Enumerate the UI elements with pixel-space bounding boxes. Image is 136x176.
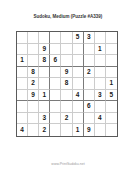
cell-r3c8: [95, 55, 106, 67]
cell-r1c4: [50, 32, 61, 44]
cell-r2c7: [84, 44, 95, 56]
cell-r5c5: 8: [61, 78, 72, 90]
cell-r1c8: [95, 32, 106, 44]
cell-r2c3: 9: [39, 44, 50, 56]
cell-r9c1: 4: [17, 124, 28, 136]
cell-r5c7: [84, 78, 95, 90]
cell-r3c4: 6: [50, 55, 61, 67]
cell-r6c2: 9: [28, 90, 39, 102]
cell-r6c7: [84, 90, 95, 102]
cell-r1c5: [61, 32, 72, 44]
cell-r9c6: 1: [73, 124, 84, 136]
cell-r6c5: [61, 90, 72, 102]
cell-r9c9: [106, 124, 117, 136]
cell-r3c1: 1: [17, 55, 28, 67]
cell-r6c1: [17, 90, 28, 102]
cell-r7c3: [39, 101, 50, 113]
cell-r7c4: [50, 101, 61, 113]
cell-r4c3: [39, 67, 50, 79]
cell-r4c1: [17, 67, 28, 79]
cell-r3c9: [106, 55, 117, 67]
cell-r5c9: 1: [106, 78, 117, 90]
cell-r9c5: [61, 124, 72, 136]
cell-r2c2: [28, 44, 39, 56]
cell-r8c2: [28, 113, 39, 125]
cell-r2c1: [17, 44, 28, 56]
cell-r5c8: [95, 78, 106, 90]
cell-r2c6: [73, 44, 84, 56]
cell-r6c9: 5: [106, 90, 117, 102]
cell-r1c1: [17, 32, 28, 44]
cell-r2c9: [106, 44, 117, 56]
cell-r6c6: 4: [73, 90, 84, 102]
cell-r7c8: [95, 101, 106, 113]
cell-r3c5: [61, 55, 72, 67]
cell-r7c7: 6: [84, 101, 95, 113]
cell-r4c9: [106, 67, 117, 79]
footer-url: www.PrintSudoku.net: [0, 162, 136, 167]
cell-r7c2: [28, 101, 39, 113]
cell-r3c2: [28, 55, 39, 67]
cell-r2c8: 1: [95, 44, 106, 56]
cell-r9c3: 2: [39, 124, 50, 136]
cell-r1c7: 3: [84, 32, 95, 44]
cell-r7c5: [61, 101, 72, 113]
cell-r6c4: [50, 90, 61, 102]
cell-r3c6: [73, 55, 84, 67]
cell-r8c5: 2: [61, 113, 72, 125]
cell-r7c6: [73, 101, 84, 113]
cell-r8c7: [84, 113, 95, 125]
cell-r4c8: [95, 67, 106, 79]
cell-r1c2: [28, 32, 39, 44]
cell-r6c8: 3: [95, 90, 106, 102]
cell-r8c1: [17, 113, 28, 125]
cell-r9c2: [28, 124, 39, 136]
cell-r2c5: [61, 44, 72, 56]
cell-r3c7: [84, 55, 95, 67]
page-title: Sudoku, Medium (Puzzle #A339): [0, 14, 136, 20]
cell-r1c6: 5: [73, 32, 84, 44]
cell-r1c3: [39, 32, 50, 44]
sudoku-grid: 53911868922819143563244219: [16, 31, 118, 137]
cell-r8c4: [50, 113, 61, 125]
cell-r5c6: [73, 78, 84, 90]
cell-r5c2: 2: [28, 78, 39, 90]
cell-r5c1: [17, 78, 28, 90]
cell-r4c4: [50, 67, 61, 79]
cell-r3c3: 8: [39, 55, 50, 67]
cell-r8c3: 3: [39, 113, 50, 125]
cell-r7c9: [106, 101, 117, 113]
cell-r5c3: [39, 78, 50, 90]
cell-r4c6: [73, 67, 84, 79]
cell-r4c5: 9: [61, 67, 72, 79]
cell-r4c2: 8: [28, 67, 39, 79]
cell-r5c4: [50, 78, 61, 90]
cell-r4c7: 2: [84, 67, 95, 79]
cell-r9c7: 9: [84, 124, 95, 136]
cell-r6c3: 1: [39, 90, 50, 102]
cell-r2c4: [50, 44, 61, 56]
cell-r8c9: [106, 113, 117, 125]
cell-r1c9: [106, 32, 117, 44]
cell-r9c4: [50, 124, 61, 136]
cell-r9c8: [95, 124, 106, 136]
cell-r8c6: [73, 113, 84, 125]
cell-r8c8: 4: [95, 113, 106, 125]
cell-r7c1: [17, 101, 28, 113]
